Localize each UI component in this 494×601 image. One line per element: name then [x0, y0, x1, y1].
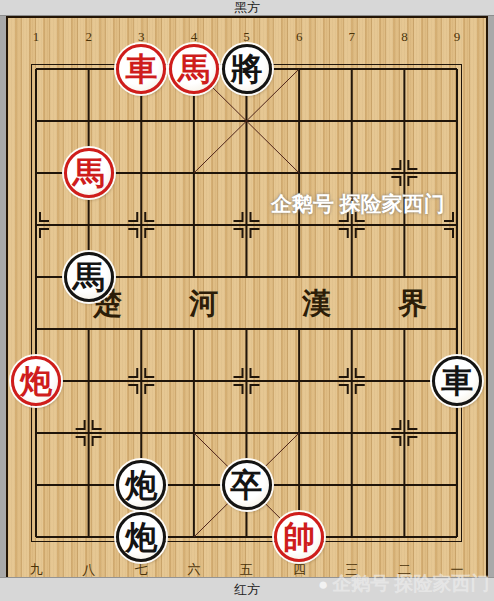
- black-side-label: 黑方: [0, 0, 494, 16]
- board-grid: 楚 河 漢 界 車馬將馬馬炮車炮卒炮帥: [36, 69, 457, 537]
- xiangqi-app: 黑方 123456789 楚 河 漢 界 車馬將馬馬炮車炮卒炮帥 九八七六五四三…: [0, 0, 494, 601]
- file-label-top-8: 8: [393, 29, 415, 45]
- river-text-han-jie: 漢 界: [302, 278, 457, 328]
- file-label-top-1: 1: [25, 29, 47, 45]
- piece-black-cannon[interactable]: 炮: [116, 512, 166, 562]
- piece-black-soldier[interactable]: 卒: [222, 460, 272, 510]
- piece-red-general[interactable]: 帥: [274, 512, 324, 562]
- piece-black-chariot[interactable]: 車: [432, 356, 482, 406]
- watermark-corner: ● 企鹅号 探险家西门: [318, 571, 490, 597]
- piece-black-horse[interactable]: 馬: [64, 252, 114, 302]
- watermark-logo-icon: ●: [318, 576, 328, 593]
- piece-black-cannon[interactable]: 炮: [116, 460, 166, 510]
- piece-red-horse[interactable]: 馬: [64, 148, 114, 198]
- file-label-top-3: 3: [130, 29, 152, 45]
- piece-red-cannon[interactable]: 炮: [11, 356, 61, 406]
- river-text-chu-he: 楚 河: [93, 278, 248, 328]
- piece-black-general[interactable]: 將: [222, 44, 272, 94]
- file-label-top-9: 9: [446, 29, 468, 45]
- file-label-top-2: 2: [78, 29, 100, 45]
- xiangqi-board[interactable]: 123456789 楚 河 漢 界 車馬將馬馬炮車炮卒炮帥 九八七六五四三二一: [6, 16, 488, 579]
- file-label-top-7: 7: [341, 29, 363, 45]
- file-label-top-4: 4: [183, 29, 205, 45]
- watermark-center: 企鹅号 探险家西门: [271, 190, 445, 218]
- watermark-corner-text: 企鹅号 探险家西门: [332, 571, 489, 597]
- piece-red-horse[interactable]: 馬: [169, 44, 219, 94]
- piece-red-chariot[interactable]: 車: [116, 44, 166, 94]
- file-label-top-5: 5: [236, 29, 258, 45]
- file-label-top-6: 6: [288, 29, 310, 45]
